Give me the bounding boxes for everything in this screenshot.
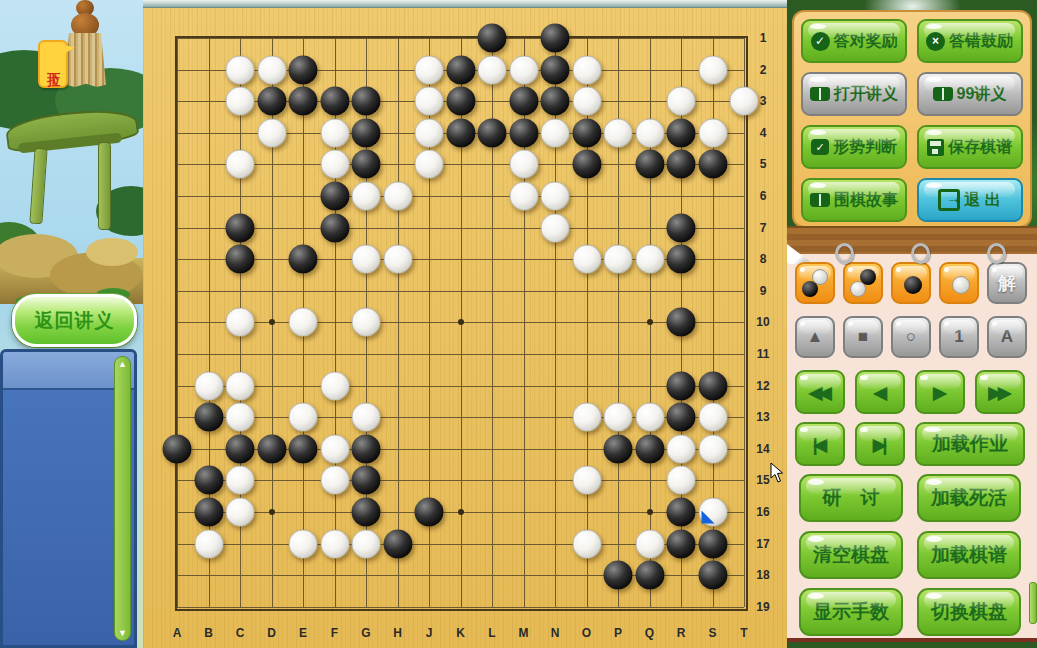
- tool-white-button[interactable]: [939, 262, 979, 304]
- check-circle-icon: ✓: [811, 32, 830, 51]
- white-stone[interactable]: [698, 434, 727, 463]
- lecture-list-scrollbar[interactable]: ▲ ▼: [114, 356, 131, 641]
- discuss-label: 研 讨: [823, 485, 880, 511]
- button-highlight: [944, 267, 950, 272]
- nav-forward-icon: ▶: [933, 381, 948, 404]
- black-stone[interactable]: [572, 150, 601, 179]
- open-book-icon: [810, 87, 830, 101]
- white-stone[interactable]: [604, 245, 633, 274]
- white-stone[interactable]: [698, 118, 727, 147]
- white-stone[interactable]: [572, 245, 601, 274]
- show-move-numbers-button[interactable]: 显示手数: [799, 588, 903, 636]
- white-stone[interactable]: [478, 55, 507, 84]
- black-stone[interactable]: [383, 529, 412, 558]
- black-stone[interactable]: [667, 118, 696, 147]
- clear-board-button[interactable]: 清空棋盘: [799, 531, 903, 579]
- white-stone[interactable]: [635, 529, 664, 558]
- mouse-cursor: [770, 462, 786, 484]
- white-stone[interactable]: [352, 182, 381, 211]
- black-stone[interactable]: [257, 87, 286, 116]
- black-stone[interactable]: [604, 434, 633, 463]
- coordinate-row-label: 18: [756, 568, 769, 582]
- button-highlight: [800, 427, 807, 433]
- button-highlight: [926, 183, 942, 189]
- coordinate-row-label: 3: [760, 94, 767, 108]
- white-stone[interactable]: [289, 529, 318, 558]
- button-highlight: [896, 267, 902, 272]
- coordinate-row-label: 7: [760, 221, 767, 235]
- black-stone[interactable]: [667, 245, 696, 274]
- marker-tool-row: ▲■○1A: [795, 316, 1027, 358]
- white-stone[interactable]: [226, 498, 255, 527]
- white-stone[interactable]: [635, 245, 664, 274]
- coordinate-column-label: R: [677, 626, 686, 640]
- stone-tool-row: 解: [795, 262, 1027, 304]
- control-panel: ✓答对奖励×答错鼓励打开讲义99讲义✓形势判断保存棋谱围棋故事退 出 解 ▲■○…: [787, 0, 1037, 648]
- black-stone[interactable]: [226, 245, 255, 274]
- marker-circle-button[interactable]: ○: [891, 316, 931, 358]
- white-stone[interactable]: [226, 308, 255, 337]
- black-stone[interactable]: [509, 118, 538, 147]
- app-window: 下拉 返回讲义 ▲ ▼ ABCDEFGHJKLMNOPQRST123456789…: [0, 0, 1037, 648]
- white-stone[interactable]: [226, 55, 255, 84]
- tool-white-black-button[interactable]: [843, 262, 883, 304]
- white-stone[interactable]: [352, 308, 381, 337]
- load-kifu-button[interactable]: 加载棋谱: [917, 531, 1021, 579]
- star-point: [647, 319, 653, 325]
- coordinate-row-label: 9: [760, 284, 767, 298]
- load-tsumego-label: 加载死活: [931, 485, 1007, 511]
- open-lecture-label: 打开讲义: [834, 84, 898, 105]
- black-stone[interactable]: [320, 182, 349, 211]
- white-stone[interactable]: [226, 371, 255, 400]
- lecture-99-button[interactable]: 99讲义: [917, 72, 1023, 116]
- white-stone[interactable]: [667, 87, 696, 116]
- black-stone[interactable]: [667, 213, 696, 242]
- marker-triangle-button[interactable]: ▲: [795, 316, 835, 358]
- white-stone[interactable]: [226, 466, 255, 495]
- black-stone[interactable]: [289, 87, 318, 116]
- black-stone[interactable]: [289, 434, 318, 463]
- last-move-marker-icon: [701, 511, 714, 524]
- white-stone[interactable]: [604, 403, 633, 432]
- white-stone[interactable]: [194, 529, 223, 558]
- black-stone[interactable]: [289, 55, 318, 84]
- coordinate-column-label: G: [361, 626, 370, 640]
- black-stone[interactable]: [698, 150, 727, 179]
- position-judge-label: 形势判断: [833, 137, 897, 158]
- white-stone[interactable]: [320, 150, 349, 179]
- white-stone[interactable]: [541, 118, 570, 147]
- black-stone[interactable]: [698, 529, 727, 558]
- action-row-2: 清空棋盘加载棋谱: [799, 531, 1021, 579]
- coordinate-column-label: O: [582, 626, 591, 640]
- black-stone[interactable]: [352, 498, 381, 527]
- black-stone[interactable]: [541, 55, 570, 84]
- white-stone[interactable]: [541, 213, 570, 242]
- x-circle-icon: ×: [926, 32, 945, 51]
- action-row-3: 显示手数切换棋盘: [799, 588, 1021, 636]
- coordinate-column-label: E: [299, 626, 307, 640]
- white-stone[interactable]: [415, 87, 444, 116]
- load-tsumego-button[interactable]: 加载死活: [917, 474, 1021, 522]
- pull-down-bubble[interactable]: 下拉: [38, 40, 68, 88]
- pavilion-post: [98, 142, 111, 230]
- marker-number-icon: 1: [954, 327, 963, 347]
- coordinate-column-label: P: [614, 626, 622, 640]
- load-homework-button[interactable]: 加载作业: [915, 422, 1025, 466]
- button-highlight: [926, 24, 942, 30]
- nav-to-start-icon: |◀: [813, 433, 828, 456]
- marker-triangle-icon: ▲: [807, 327, 824, 347]
- black-stone[interactable]: [478, 118, 507, 147]
- white-stone[interactable]: [320, 466, 349, 495]
- button-highlight: [848, 267, 854, 272]
- marker-square-icon: ■: [858, 327, 868, 347]
- white-stone[interactable]: [509, 182, 538, 211]
- coordinate-row-label: 13: [756, 410, 769, 424]
- save-kifu-button[interactable]: 保存棋谱: [917, 125, 1023, 169]
- scroll-down-icon[interactable]: ▼: [115, 628, 130, 638]
- star-point: [269, 509, 275, 515]
- black-stone[interactable]: [698, 561, 727, 590]
- story-book-icon: [810, 193, 830, 207]
- nav-forward-button[interactable]: ▶: [915, 370, 965, 414]
- shelf-hook: [987, 243, 1006, 264]
- black-stone[interactable]: [194, 498, 223, 527]
- mini-scrollbar[interactable]: [1029, 582, 1037, 624]
- coordinate-row-label: 8: [760, 252, 767, 266]
- white-stone[interactable]: [352, 245, 381, 274]
- white-stone[interactable]: [257, 55, 286, 84]
- shelf-hook: [835, 243, 854, 264]
- white-stone[interactable]: [289, 308, 318, 337]
- white-stone[interactable]: [257, 118, 286, 147]
- chat-check-icon: ✓: [811, 139, 829, 155]
- black-stone[interactable]: [352, 466, 381, 495]
- black-stone[interactable]: [604, 561, 633, 590]
- coordinate-row-label: 19: [756, 600, 769, 614]
- coordinate-column-label: M: [519, 626, 529, 640]
- black-stone[interactable]: [698, 371, 727, 400]
- nav-rewind-button[interactable]: ◀◀: [795, 370, 845, 414]
- action-row-1: 研 讨加载死活: [799, 474, 1021, 522]
- pull-down-label: 下拉: [44, 62, 62, 66]
- white-stone[interactable]: [698, 403, 727, 432]
- black-stone[interactable]: [320, 213, 349, 242]
- black-stone[interactable]: [194, 466, 223, 495]
- button-highlight: [926, 77, 942, 83]
- sidebar: 下拉 返回讲义 ▲ ▼: [0, 0, 144, 648]
- white-stone[interactable]: [320, 434, 349, 463]
- black-stone[interactable]: [667, 498, 696, 527]
- nav-row-2: |◀▶|加载作业: [795, 422, 1025, 466]
- coordinate-row-label: 16: [756, 505, 769, 519]
- position-judge-button[interactable]: ✓形势判断: [801, 125, 907, 169]
- white-stone[interactable]: [635, 118, 664, 147]
- coordinate-column-label: T: [740, 626, 747, 640]
- white-stone[interactable]: [415, 55, 444, 84]
- coordinate-column-label: L: [488, 626, 495, 640]
- white-stone[interactable]: [572, 87, 601, 116]
- white-stone[interactable]: [320, 529, 349, 558]
- button-highlight: [980, 375, 987, 381]
- white-stone[interactable]: [730, 87, 759, 116]
- wrong-encourage-button[interactable]: ×答错鼓励: [917, 19, 1023, 63]
- marker-number-button[interactable]: 1: [939, 316, 979, 358]
- white-stone[interactable]: [226, 150, 255, 179]
- go-story-button[interactable]: 围棋故事: [801, 178, 907, 222]
- button-highlight: [860, 427, 867, 433]
- book-99-icon: [933, 87, 953, 101]
- black-stone[interactable]: [446, 55, 475, 84]
- button-highlight: [860, 375, 867, 381]
- coordinate-row-label: 11: [757, 347, 770, 361]
- black-stone-icon: [904, 276, 922, 294]
- scroll-up-icon[interactable]: ▲: [115, 359, 130, 369]
- black-stone[interactable]: [667, 529, 696, 558]
- coordinate-column-label: F: [331, 626, 338, 640]
- white-stone[interactable]: [352, 529, 381, 558]
- black-stone[interactable]: [289, 245, 318, 274]
- marker-square-button[interactable]: ■: [843, 316, 883, 358]
- white-stone[interactable]: [226, 87, 255, 116]
- marker-letter-icon: A: [1001, 327, 1013, 347]
- nav-fast-forward-icon: ▶▶: [988, 381, 1012, 404]
- lecture-99-label: 99讲义: [957, 84, 1007, 105]
- white-stone[interactable]: [572, 466, 601, 495]
- black-stone[interactable]: [509, 87, 538, 116]
- white-stone[interactable]: [320, 118, 349, 147]
- save-kifu-label: 保存棋谱: [948, 137, 1012, 158]
- coordinate-column-label: B: [204, 626, 213, 640]
- button-highlight: [944, 321, 950, 326]
- black-stone[interactable]: [352, 118, 381, 147]
- star-point: [269, 319, 275, 325]
- coordinate-column-label: C: [236, 626, 245, 640]
- white-stone[interactable]: [415, 118, 444, 147]
- coordinate-column-label: D: [267, 626, 276, 640]
- button-highlight: [992, 267, 998, 272]
- coordinate-column-label: N: [551, 626, 560, 640]
- white-stone[interactable]: [667, 466, 696, 495]
- white-stone-icon: [952, 276, 970, 294]
- wrong-encourage-label: 答错鼓励: [949, 31, 1013, 52]
- coordinate-row-label: 12: [756, 379, 769, 393]
- button-highlight: [810, 130, 826, 136]
- coordinate-row-label: 17: [756, 537, 769, 551]
- button-highlight: [926, 130, 942, 136]
- exit-button[interactable]: 退 出: [917, 178, 1023, 222]
- tool-answer-label: 解: [998, 271, 1016, 295]
- white-stone[interactable]: [289, 403, 318, 432]
- black-stone[interactable]: [446, 87, 475, 116]
- coordinate-column-label: K: [456, 626, 465, 640]
- nav-fast-forward-button[interactable]: ▶▶: [975, 370, 1025, 414]
- white-stone[interactable]: [604, 118, 633, 147]
- pavilion-post: [29, 148, 47, 225]
- coordinate-row-label: 15: [756, 473, 769, 487]
- black-stone[interactable]: [163, 434, 192, 463]
- white-stone[interactable]: [352, 403, 381, 432]
- black-stone[interactable]: [635, 434, 664, 463]
- top-button-card: ✓答对奖励×答错鼓励打开讲义99讲义✓形势判断保存棋谱围棋故事退 出: [792, 10, 1032, 228]
- show-move-numbers-label: 显示手数: [813, 599, 889, 625]
- tool-answer-button[interactable]: 解: [987, 262, 1027, 304]
- go-story-label: 围棋故事: [834, 190, 898, 211]
- white-stone[interactable]: [226, 403, 255, 432]
- exit-label: 退 出: [964, 190, 1000, 211]
- nav-to-end-button[interactable]: ▶|: [855, 422, 905, 466]
- switch-board-label: 切换棋盘: [931, 599, 1007, 625]
- black-stone[interactable]: [478, 24, 507, 53]
- nav-row-1: ◀◀◀▶▶▶: [795, 370, 1025, 414]
- go-board[interactable]: ABCDEFGHJKLMNOPQRST123456789101112131415…: [143, 0, 787, 648]
- coordinate-row-label: 2: [760, 63, 767, 77]
- lecture-list-panel: ▲ ▼: [0, 349, 137, 648]
- white-stone[interactable]: [194, 371, 223, 400]
- clear-board-label: 清空棋盘: [813, 542, 889, 568]
- button-highlight: [810, 77, 826, 83]
- save-icon: [927, 139, 944, 156]
- white-stone[interactable]: [320, 371, 349, 400]
- black-stone[interactable]: [572, 118, 601, 147]
- coordinate-column-label: A: [173, 626, 182, 640]
- black-stone[interactable]: [226, 213, 255, 242]
- open-lecture-button[interactable]: 打开讲义: [801, 72, 907, 116]
- white-stone[interactable]: [572, 55, 601, 84]
- button-highlight: [848, 321, 854, 326]
- black-stone[interactable]: [667, 150, 696, 179]
- button-highlight: [992, 321, 998, 326]
- tassel-fringe: [64, 33, 106, 87]
- button-highlight: [800, 375, 807, 381]
- button-highlight: [896, 321, 902, 326]
- coordinate-row-label: 5: [760, 157, 767, 171]
- exit-icon: [938, 189, 960, 211]
- coordinate-row-label: 10: [756, 315, 769, 329]
- star-point: [458, 509, 464, 515]
- black-stone[interactable]: [415, 498, 444, 527]
- white-stone[interactable]: [698, 498, 727, 527]
- black-stone[interactable]: [635, 150, 664, 179]
- coordinate-column-label: J: [426, 626, 433, 640]
- black-stone[interactable]: [226, 434, 255, 463]
- button-highlight: [810, 183, 826, 189]
- black-stone[interactable]: [667, 403, 696, 432]
- white-stone[interactable]: [698, 55, 727, 84]
- correct-reward-label: 答对奖励: [834, 31, 898, 52]
- nav-to-end-icon: ▶|: [873, 433, 888, 456]
- window-top-strip: [143, 0, 787, 8]
- load-kifu-label: 加载棋谱: [931, 542, 1007, 568]
- coordinate-row-label: 6: [760, 189, 767, 203]
- star-point: [458, 319, 464, 325]
- white-stone[interactable]: [667, 434, 696, 463]
- black-stone[interactable]: [320, 87, 349, 116]
- coordinate-row-label: 1: [760, 31, 767, 45]
- nav-back-button[interactable]: ◀: [855, 370, 905, 414]
- black-stone[interactable]: [667, 308, 696, 337]
- shelf-hook: [911, 243, 930, 264]
- black-stone[interactable]: [257, 434, 286, 463]
- nav-back-icon: ◀: [873, 381, 888, 404]
- white-stone[interactable]: [383, 182, 412, 211]
- button-highlight: [800, 321, 806, 326]
- coordinate-row-label: 14: [756, 442, 769, 456]
- black-stone[interactable]: [352, 87, 381, 116]
- switch-board-button[interactable]: 切换棋盘: [917, 588, 1021, 636]
- nav-to-start-button[interactable]: |◀: [795, 422, 845, 466]
- marker-letter-button[interactable]: A: [987, 316, 1027, 358]
- star-point: [647, 509, 653, 515]
- black-stone[interactable]: [194, 403, 223, 432]
- button-highlight: [810, 24, 826, 30]
- coordinate-column-label: Q: [645, 626, 654, 640]
- tool-black-white-button[interactable]: [795, 262, 835, 304]
- coordinate-row-label: 4: [760, 126, 767, 140]
- white-stone[interactable]: [572, 529, 601, 558]
- black-stone[interactable]: [541, 87, 570, 116]
- marker-circle-icon: ○: [906, 327, 916, 347]
- button-highlight: [800, 267, 806, 272]
- tool-panel: 解 ▲■○1A ◀◀◀▶▶▶ |◀▶|加载作业 研 讨加载死活 清空棋盘加载棋谱…: [787, 254, 1037, 642]
- load-homework-label: 加载作业: [932, 431, 1008, 457]
- white-stone[interactable]: [541, 182, 570, 211]
- coordinate-column-label: H: [393, 626, 402, 640]
- coordinate-column-label: S: [708, 626, 716, 640]
- black-stone[interactable]: [446, 118, 475, 147]
- white-stone[interactable]: [635, 403, 664, 432]
- black-stone[interactable]: [541, 24, 570, 53]
- black-stone[interactable]: [667, 371, 696, 400]
- white-stone[interactable]: [572, 403, 601, 432]
- back-to-lecture-button[interactable]: 返回讲义: [12, 294, 137, 347]
- nav-rewind-icon: ◀◀: [808, 381, 832, 404]
- white-stone[interactable]: [383, 245, 412, 274]
- black-stone[interactable]: [352, 434, 381, 463]
- rock: [86, 238, 138, 266]
- discuss-button[interactable]: 研 讨: [799, 474, 903, 522]
- black-stone[interactable]: [352, 150, 381, 179]
- black-stone[interactable]: [635, 561, 664, 590]
- tool-black-button[interactable]: [891, 262, 931, 304]
- white-stone[interactable]: [509, 150, 538, 179]
- white-stone[interactable]: [509, 55, 538, 84]
- button-highlight: [920, 375, 927, 381]
- white-stone[interactable]: [415, 150, 444, 179]
- correct-reward-button[interactable]: ✓答对奖励: [801, 19, 907, 63]
